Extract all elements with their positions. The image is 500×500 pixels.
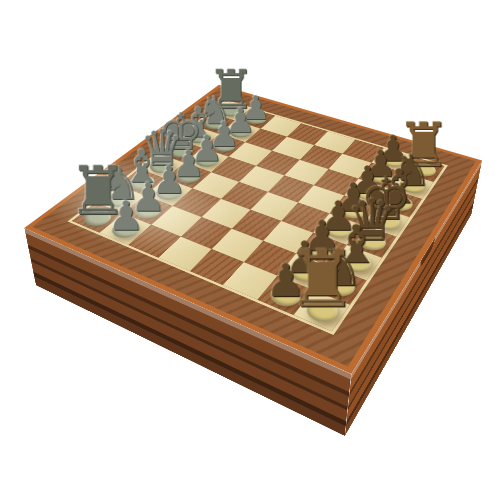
box-top: ♜♟♟♜♞♟♟♞♝♟♟♝♚♟♟♚♛♟♟♛♝♟♟♝♞♟♟♞♜♟♟♜ <box>24 85 482 374</box>
rook-glyph: ♜ <box>283 240 361 318</box>
photo-scene: ♜♟♟♜♞♟♟♞♝♟♟♝♚♟♟♚♛♟♟♛♝♟♟♝♞♟♟♞♜♟♟♜ <box>0 0 500 500</box>
